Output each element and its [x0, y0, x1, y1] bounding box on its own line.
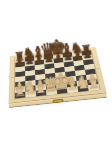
board-square: ♜ — [88, 84, 100, 91]
board-square — [45, 73, 55, 79]
board-square: ♞ — [25, 91, 36, 98]
board-square: ♜ — [15, 92, 26, 99]
chess-board: ♜♞♝♛♚♝♞♜♟♟♟♟♟♟♟♟♟♟♟♟♟♟♟♟♜♞♝♛♚♝♞♜ — [9, 47, 107, 103]
board-square — [35, 74, 45, 80]
chess-set: ♜♞♝♛♚♝♞♜♟♟♟♟♟♟♟♟♟♟♟♟♟♟♟♟♜♞♝♛♚♝♞♜ — [2, 20, 108, 126]
perspective-scene: ♜♞♝♛♚♝♞♜♟♟♟♟♟♟♟♟♟♟♟♟♟♟♟♟♜♞♝♛♚♝♞♜ — [2, 20, 108, 126]
brass-clasp-icon — [52, 99, 63, 104]
board-square: ♚ — [57, 88, 68, 95]
board-square — [86, 74, 97, 80]
board-square: ♛ — [46, 89, 57, 96]
board-square: ♝ — [36, 90, 47, 97]
chess-set-product-photo: ♜♞♝♛♚♝♞♜♟♟♟♟♟♟♟♟♟♟♟♟♟♟♟♟♜♞♝♛♚♝♞♜ — [0, 0, 112, 150]
